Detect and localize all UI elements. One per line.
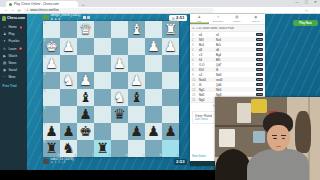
green-button[interactable]: Play Now	[293, 20, 318, 26]
browser-tab-bar: Play Chess Online - Chess.com + — ▢ ✕	[0, 0, 320, 7]
hanging-jacket	[295, 111, 311, 153]
sidebar-item-home[interactable]: ⌂Home•	[0, 24, 27, 31]
square-c4[interactable]: ♟	[128, 72, 145, 89]
panel-tab-play[interactable]: ♟Play	[190, 14, 209, 24]
square-c1[interactable]: ♝	[128, 21, 145, 38]
white-knight[interactable]: ♞	[111, 89, 128, 106]
square-c8[interactable]: c	[128, 140, 145, 157]
black-move[interactable]: Nc6	[216, 38, 233, 42]
move-time: 2:58	[256, 43, 263, 46]
white-move[interactable]: Nf3	[199, 38, 216, 42]
sidebar-item-watch[interactable]: ▶Watch	[0, 52, 27, 59]
black-pawn[interactable]: ♟	[60, 123, 77, 140]
white-move[interactable]: Ng5	[199, 88, 216, 92]
white-pawn[interactable]: ♟	[162, 38, 179, 55]
square-c6[interactable]	[128, 106, 145, 123]
square-c3[interactable]	[128, 55, 145, 72]
black-queen[interactable]: ♛	[111, 106, 128, 123]
white-move[interactable]: c4	[199, 73, 216, 77]
black-rook[interactable]: ♜	[94, 140, 111, 157]
square-d3[interactable]: ♟	[111, 55, 128, 72]
notification-badge: •	[20, 26, 22, 29]
white-move[interactable]: O-O	[199, 63, 216, 67]
square-e8[interactable]: e♜	[94, 140, 111, 157]
players-icon: ◉	[254, 16, 257, 19]
white-move[interactable]: h3	[199, 58, 216, 62]
white-box	[237, 103, 251, 123]
streamer-body	[247, 149, 309, 180]
white-queen[interactable]: ♛	[77, 21, 94, 38]
new-tab-button[interactable]: +	[82, 2, 84, 7]
black-move[interactable]: Ng8	[216, 93, 233, 97]
minimize-button[interactable]: —	[295, 0, 299, 4]
browser-menu-icon[interactable]: ⋮	[312, 8, 316, 13]
square-e2[interactable]	[94, 38, 111, 55]
square-c2[interactable]	[128, 38, 145, 55]
black-move[interactable]: Nh6	[216, 88, 233, 92]
move-time: 2:53	[256, 93, 263, 96]
black-bishop[interactable]: ♝	[77, 89, 94, 106]
new-game-link[interactable]: New Game	[192, 154, 206, 158]
rank-label: 1	[44, 21, 46, 25]
player-captured-pieces: ♙ ♗ ♖ +4	[51, 161, 74, 165]
white-pawn[interactable]: ♟	[111, 55, 128, 72]
move-time: 2:54	[256, 73, 263, 76]
tab-title: Play Chess Online - Chess.com	[14, 2, 59, 6]
square-h2[interactable]: 2♚	[43, 38, 60, 55]
streamer-face	[267, 125, 290, 151]
chess-board[interactable]: 1♛♝♜2♚♟♟♟3♟♟4♞♟♟5♝♞♝6♟♛7♟♟♚♟♟♟8h♜g♞fe♜dc…	[43, 21, 179, 157]
square-g2[interactable]: ♟	[60, 38, 77, 55]
square-a1[interactable]: ♜	[162, 21, 179, 38]
square-f5[interactable]: ♝	[77, 89, 94, 106]
square-a6[interactable]	[162, 106, 179, 123]
black-move[interactable]: Qd6	[216, 83, 233, 87]
eyebrow	[281, 135, 286, 136]
square-g3[interactable]	[60, 55, 77, 72]
square-a8[interactable]: a	[162, 140, 179, 157]
blue-box	[253, 131, 265, 143]
maximize-button[interactable]: ▢	[305, 0, 308, 4]
square-f1[interactable]: ♛	[77, 21, 94, 38]
play-icon: ♟	[198, 16, 201, 19]
move-time: 2:55	[256, 63, 263, 66]
black-pawn[interactable]: ♟	[145, 123, 162, 140]
square-h6[interactable]: 6	[43, 106, 60, 123]
clock-icon: ◷	[172, 16, 175, 20]
square-d5[interactable]: ♞	[111, 89, 128, 106]
square-f3[interactable]	[77, 55, 94, 72]
eyebrow	[272, 135, 277, 136]
square-g1[interactable]	[60, 21, 77, 38]
white-rook[interactable]: ♜	[162, 21, 179, 38]
square-f7[interactable]: ♚	[77, 123, 94, 140]
black-knight[interactable]: ♞	[60, 140, 77, 157]
square-f4[interactable]: ♟	[77, 72, 94, 89]
rank-label: 5	[44, 89, 46, 93]
move-time: 2:53	[256, 83, 263, 86]
square-a2[interactable]: ♟	[162, 38, 179, 55]
black-move[interactable]: d6	[216, 48, 233, 52]
panel-tab-new-game[interactable]: +New Game	[209, 14, 228, 24]
lock-icon: ●	[27, 9, 29, 12]
page-content: Chess.com ⌂Home•♟Play✦Puzzles✎Learn1▶Wat…	[0, 14, 320, 170]
move-time: 2:59	[256, 33, 263, 36]
black-move[interactable]: e5	[216, 33, 233, 37]
opponent-clock: ◷ 2:51	[169, 15, 187, 21]
white-move[interactable]: Nxd4	[199, 78, 216, 82]
square-h7[interactable]: 7♟	[43, 123, 60, 140]
move-time: 2:56	[256, 53, 263, 56]
black-move[interactable]: Nd4	[216, 73, 233, 77]
black-move[interactable]: exd4	[216, 78, 233, 82]
opening-row: ▤ C50: Italian Game, Giuoco Piano	[190, 25, 265, 32]
yellow-bag	[251, 99, 267, 113]
black-pawn[interactable]: ♟	[43, 123, 60, 140]
move-time: 2:55	[256, 58, 263, 61]
square-d7[interactable]	[111, 123, 128, 140]
square-h3[interactable]: 3♟	[43, 55, 60, 72]
white-move[interactable]: Kh2	[199, 68, 216, 72]
sidebar-item-learn[interactable]: ✎Learn1	[0, 45, 27, 52]
square-f6[interactable]: ♟	[77, 106, 94, 123]
square-a7[interactable]: ♟	[162, 123, 179, 140]
square-b5[interactable]	[145, 89, 162, 106]
white-bishop[interactable]: ♝	[128, 21, 145, 38]
black-rook[interactable]: ♜	[43, 140, 60, 157]
sidebar-item-puzzles[interactable]: ✦Puzzles	[0, 38, 27, 45]
white-move[interactable]: Bc4	[199, 43, 216, 47]
black-pawn[interactable]: ♟	[128, 123, 145, 140]
black-move[interactable]: Bg4	[216, 53, 233, 57]
white-pawn[interactable]: ♟	[77, 72, 94, 89]
sidebar-item-free-trial[interactable]: Free Trial	[0, 81, 27, 91]
url-field[interactable]: ● www.chess.com/live	[24, 8, 214, 13]
move-time: 2:57	[256, 48, 263, 51]
square-e3[interactable]	[94, 55, 111, 72]
flag-icon	[83, 16, 86, 19]
opponent-avatar[interactable]	[43, 15, 49, 21]
sidebar-item-social[interactable]: ◉Social	[0, 67, 27, 74]
black-move[interactable]: Bf5	[216, 58, 233, 62]
square-b1[interactable]	[145, 21, 162, 38]
white-move[interactable]: c3	[199, 53, 216, 57]
square-b8[interactable]: b	[145, 140, 162, 157]
player-clock: 2:53	[174, 159, 187, 165]
black-pawn[interactable]: ♟	[77, 106, 94, 123]
book-icon: ▤	[192, 26, 195, 30]
reload-icon[interactable]: ⟳	[18, 8, 21, 13]
square-e6[interactable]	[94, 106, 111, 123]
forward-icon[interactable]: →	[11, 8, 15, 12]
white-move[interactable]: Nd5	[199, 93, 216, 97]
address-bar: ← → ⟳ ● www.chess.com/live ☆ ⋮	[0, 7, 320, 14]
rank-label: 6	[44, 106, 46, 110]
white-pawn[interactable]: ♟	[145, 38, 162, 55]
notification-badge: 1	[19, 47, 22, 50]
square-b6[interactable]	[145, 106, 162, 123]
square-g4[interactable]: ♞	[60, 72, 77, 89]
play-icon: ♟	[3, 32, 7, 36]
square-g6[interactable]	[60, 106, 77, 123]
sidebar-item-play[interactable]: ♟Play	[0, 31, 27, 38]
move-time: 2:53	[256, 78, 263, 81]
square-h8[interactable]: 8h♜	[43, 140, 60, 157]
square-d2[interactable]	[111, 38, 128, 55]
watch-icon: ▶	[3, 54, 7, 58]
square-c5[interactable]: ♝	[128, 89, 145, 106]
square-a5[interactable]	[162, 89, 179, 106]
black-move[interactable]: Bc5	[216, 43, 233, 47]
url-text: www.chess.com/live	[30, 8, 59, 12]
square-h1[interactable]: 1	[43, 21, 60, 38]
square-e4[interactable]	[94, 72, 111, 89]
panel-tab-games[interactable]: ▤Games	[228, 14, 247, 24]
white-king[interactable]: ♚	[43, 38, 60, 55]
black-bishop[interactable]: ♝	[128, 89, 145, 106]
white-box	[219, 129, 235, 147]
square-e1[interactable]	[94, 21, 111, 38]
sidebar-item-news[interactable]: ▤News	[0, 59, 27, 66]
square-c7[interactable]: ♟	[128, 123, 145, 140]
social-icon: ◉	[3, 68, 7, 72]
panel-tab-players[interactable]: ◉Players	[246, 14, 265, 24]
white-knight[interactable]: ♞	[60, 72, 77, 89]
square-b3[interactable]	[145, 55, 162, 72]
square-b2[interactable]: ♟	[145, 38, 162, 55]
back-icon[interactable]: ←	[4, 8, 8, 12]
games-icon: ▤	[235, 16, 238, 19]
puzzles-icon: ✦	[3, 39, 7, 43]
move-time: 2:53	[256, 88, 263, 91]
learn-icon: ✎	[3, 47, 7, 51]
pawn-logo-icon	[2, 16, 6, 21]
square-a3[interactable]	[162, 55, 179, 72]
screen: Play Chess Online - Chess.com + — ▢ ✕ ← …	[0, 0, 320, 180]
player-bar: kdh0713 (1478) ♙ ♗ ♖ +4 2:53	[43, 157, 187, 166]
black-king[interactable]: ♚	[77, 123, 94, 140]
more-icon: ⋯	[3, 75, 7, 79]
square-d1[interactable]	[111, 21, 128, 38]
white-move[interactable]: e4	[199, 33, 216, 37]
square-a4[interactable]	[162, 72, 179, 89]
square-h4[interactable]: 4	[43, 72, 60, 89]
white-move[interactable]: f4	[199, 83, 216, 87]
close-button[interactable]: ✕	[314, 0, 317, 4]
black-pawn[interactable]: ♟	[162, 123, 179, 140]
white-move[interactable]: d3	[199, 48, 216, 52]
square-h5[interactable]: 5	[43, 89, 60, 106]
black-move[interactable]: Qd7	[216, 63, 233, 67]
chesscom-logo[interactable]: Chess.com	[0, 14, 27, 24]
rank-label: 4	[44, 72, 46, 76]
white-pawn[interactable]: ♟	[128, 72, 145, 89]
square-e5[interactable]	[94, 89, 111, 106]
square-f8[interactable]: f	[77, 140, 94, 157]
square-g5[interactable]	[60, 89, 77, 106]
move-time: 2:58	[256, 38, 263, 41]
news-icon: ▤	[3, 61, 7, 65]
browser-window: Play Chess Online - Chess.com + — ▢ ✕ ← …	[0, 0, 320, 170]
move-time: 2:54	[256, 68, 263, 71]
title-badge-icon	[87, 16, 90, 19]
square-b7[interactable]: ♟	[145, 123, 162, 140]
material-score: +4	[61, 161, 65, 164]
opponent-bar: amigo_chess (1461) ♟ ♟ ♞ ◷ 2:51	[43, 14, 187, 21]
site-sidebar: Chess.com ⌂Home•♟Play✦Puzzles✎Learn1▶Wat…	[0, 14, 27, 170]
square-d4[interactable]	[111, 72, 128, 89]
white-pawn[interactable]: ♟	[60, 38, 77, 55]
square-g7[interactable]: ♟	[60, 123, 77, 140]
home-icon: ⌂	[3, 25, 7, 29]
sidebar-item-more[interactable]: ⋯More	[0, 74, 27, 81]
square-d6[interactable]: ♛	[111, 106, 128, 123]
player-avatar[interactable]	[43, 159, 49, 165]
square-e7[interactable]	[94, 123, 111, 140]
white-pawn[interactable]: ♟	[43, 55, 60, 72]
white-move[interactable]: Ng4	[199, 98, 216, 102]
opening-name: C50: Italian Game, Giuoco Piano	[196, 27, 234, 30]
bookmark-star-icon[interactable]: ☆	[305, 8, 308, 13]
square-f2[interactable]	[77, 38, 94, 55]
square-d8[interactable]: d	[111, 140, 128, 157]
new-game-icon: +	[217, 16, 220, 19]
black-move[interactable]: f6	[216, 68, 233, 72]
square-b4[interactable]	[145, 72, 162, 89]
webcam-overlay	[215, 97, 320, 180]
square-g8[interactable]: g♞	[60, 140, 77, 157]
favicon-icon	[9, 3, 12, 6]
